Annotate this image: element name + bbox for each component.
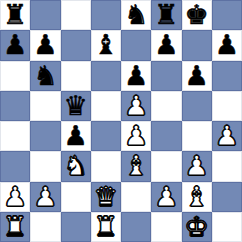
square-h3[interactable]: [212, 151, 242, 181]
square-f2[interactable]: ♟: [151, 182, 181, 212]
piece-black-rook-f8[interactable]: ♜: [154, 0, 178, 30]
square-c4[interactable]: ♟: [61, 121, 91, 151]
square-g6[interactable]: ♟: [182, 61, 212, 91]
piece-black-pawn-a7[interactable]: ♟: [3, 30, 27, 60]
piece-white-bishop-g2[interactable]: ♝: [185, 182, 209, 212]
piece-white-bishop-e3[interactable]: ♝: [124, 151, 148, 181]
square-e8[interactable]: ♞: [121, 0, 151, 30]
square-a4[interactable]: [0, 121, 30, 151]
piece-white-pawn-h4[interactable]: ♟: [215, 121, 239, 151]
piece-black-king-g8[interactable]: ♚: [185, 0, 209, 30]
piece-white-knight-c3[interactable]: ♞: [64, 151, 88, 181]
square-b6[interactable]: ♞: [30, 61, 60, 91]
square-c1[interactable]: [61, 212, 91, 242]
square-c8[interactable]: [61, 0, 91, 30]
square-e5[interactable]: ♟: [121, 91, 151, 121]
square-c5[interactable]: ♛: [61, 91, 91, 121]
piece-black-pawn-f7[interactable]: ♟: [154, 30, 178, 60]
square-a1[interactable]: ♜: [0, 212, 30, 242]
piece-white-pawn-a2[interactable]: ♟: [3, 182, 27, 212]
piece-white-pawn-g3[interactable]: ♟: [185, 151, 209, 181]
square-b1[interactable]: [30, 212, 60, 242]
square-e1[interactable]: [121, 212, 151, 242]
square-f6[interactable]: [151, 61, 181, 91]
square-e7[interactable]: [121, 30, 151, 60]
square-f7[interactable]: ♟: [151, 30, 181, 60]
square-c7[interactable]: [61, 30, 91, 60]
square-d6[interactable]: [91, 61, 121, 91]
square-c3[interactable]: ♞: [61, 151, 91, 181]
square-g4[interactable]: [182, 121, 212, 151]
square-b2[interactable]: ♟: [30, 182, 60, 212]
square-e4[interactable]: ♟: [121, 121, 151, 151]
piece-white-queen-d2[interactable]: ♛: [94, 182, 118, 212]
square-b8[interactable]: [30, 0, 60, 30]
square-a8[interactable]: ♜: [0, 0, 30, 30]
square-d5[interactable]: [91, 91, 121, 121]
square-g3[interactable]: ♟: [182, 151, 212, 181]
piece-white-pawn-e4[interactable]: ♟: [124, 121, 148, 151]
square-b3[interactable]: [30, 151, 60, 181]
piece-white-rook-d1[interactable]: ♜: [94, 212, 118, 242]
square-d1[interactable]: ♜: [91, 212, 121, 242]
square-h1[interactable]: [212, 212, 242, 242]
piece-black-knight-e8[interactable]: ♞: [124, 0, 148, 30]
square-e6[interactable]: ♟: [121, 61, 151, 91]
square-f8[interactable]: ♜: [151, 0, 181, 30]
square-a3[interactable]: [0, 151, 30, 181]
square-a5[interactable]: [0, 91, 30, 121]
square-f5[interactable]: [151, 91, 181, 121]
square-b4[interactable]: [30, 121, 60, 151]
square-a7[interactable]: ♟: [0, 30, 30, 60]
square-c2[interactable]: [61, 182, 91, 212]
piece-black-pawn-b7[interactable]: ♟: [33, 30, 57, 60]
square-h2[interactable]: [212, 182, 242, 212]
square-h4[interactable]: ♟: [212, 121, 242, 151]
square-b7[interactable]: ♟: [30, 30, 60, 60]
square-a6[interactable]: [0, 61, 30, 91]
square-a2[interactable]: ♟: [0, 182, 30, 212]
piece-black-knight-b6[interactable]: ♞: [33, 61, 57, 91]
square-g2[interactable]: ♝: [182, 182, 212, 212]
piece-black-queen-c5[interactable]: ♛: [64, 91, 88, 121]
piece-black-pawn-e6[interactable]: ♟: [124, 61, 148, 91]
square-e3[interactable]: ♝: [121, 151, 151, 181]
square-g8[interactable]: ♚: [182, 0, 212, 30]
square-c6[interactable]: [61, 61, 91, 91]
square-d2[interactable]: ♛: [91, 182, 121, 212]
piece-white-king-g1[interactable]: ♚: [185, 212, 209, 242]
piece-black-rook-a8[interactable]: ♜: [3, 0, 27, 30]
square-d7[interactable]: ♝: [91, 30, 121, 60]
square-g7[interactable]: [182, 30, 212, 60]
piece-white-rook-a1[interactable]: ♜: [3, 212, 27, 242]
piece-black-pawn-g6[interactable]: ♟: [185, 61, 209, 91]
square-h8[interactable]: [212, 0, 242, 30]
square-h5[interactable]: [212, 91, 242, 121]
piece-white-pawn-b2[interactable]: ♟: [33, 182, 57, 212]
square-g1[interactable]: ♚: [182, 212, 212, 242]
piece-black-pawn-c4[interactable]: ♟: [64, 121, 88, 151]
square-h6[interactable]: [212, 61, 242, 91]
square-f4[interactable]: [151, 121, 181, 151]
chess-board: ♜♞♜♚♟♟♝♟♟♞♟♟♛♟♟♟♟♞♝♟♟♟♛♟♝♜♜♚: [0, 0, 242, 242]
piece-white-pawn-f2[interactable]: ♟: [154, 182, 178, 212]
square-d3[interactable]: [91, 151, 121, 181]
piece-black-bishop-d7[interactable]: ♝: [94, 30, 118, 60]
square-f3[interactable]: [151, 151, 181, 181]
square-h7[interactable]: ♟: [212, 30, 242, 60]
square-d8[interactable]: [91, 0, 121, 30]
square-b5[interactable]: [30, 91, 60, 121]
square-g5[interactable]: [182, 91, 212, 121]
square-f1[interactable]: [151, 212, 181, 242]
square-d4[interactable]: [91, 121, 121, 151]
piece-black-pawn-h7[interactable]: ♟: [215, 30, 239, 60]
square-e2[interactable]: [121, 182, 151, 212]
piece-white-pawn-e5[interactable]: ♟: [124, 91, 148, 121]
